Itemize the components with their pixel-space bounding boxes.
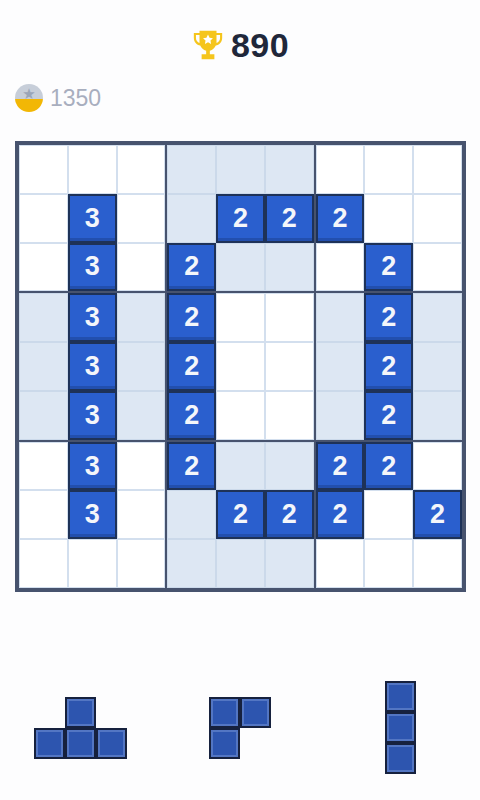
cell-r3c6[interactable]: [265, 243, 314, 292]
cell-r5c5[interactable]: [216, 342, 265, 391]
cell-r3c7[interactable]: [316, 243, 365, 292]
cell-r7c5[interactable]: [216, 442, 265, 491]
cell-r2c5[interactable]: 2: [216, 194, 265, 243]
cell-r2c6[interactable]: 2: [265, 194, 314, 243]
filled-block: 2: [167, 391, 216, 440]
cell-r4c8[interactable]: 2: [364, 293, 413, 342]
cell-r1c4[interactable]: [167, 145, 216, 194]
filled-block: 3: [68, 293, 117, 342]
filled-block: 3: [68, 194, 117, 243]
filled-block: 2: [364, 391, 413, 440]
cell-r2c1[interactable]: [19, 194, 68, 243]
cell-r8c8[interactable]: [364, 490, 413, 539]
cell-r8c6[interactable]: 2: [265, 490, 314, 539]
cell-r9c7[interactable]: [316, 539, 365, 588]
piece-block: [65, 697, 96, 728]
cell-r3c3[interactable]: [117, 243, 166, 292]
cell-r3c1[interactable]: [19, 243, 68, 292]
cell-r4c5[interactable]: [216, 293, 265, 342]
cell-r6c3[interactable]: [117, 391, 166, 440]
cell-r2c7[interactable]: 2: [316, 194, 365, 243]
filled-block: 2: [216, 194, 265, 243]
cell-r7c3[interactable]: [117, 442, 166, 491]
box-1-1: 222: [166, 292, 314, 440]
cell-r1c7[interactable]: [316, 145, 365, 194]
cell-r9c9[interactable]: [413, 539, 462, 588]
piece-block: [209, 728, 240, 759]
cell-r2c9[interactable]: [413, 194, 462, 243]
cell-r5c4[interactable]: 2: [167, 342, 216, 391]
tray-slot-2: [160, 655, 320, 800]
cell-r6c8[interactable]: 2: [364, 391, 413, 440]
cell-r4c1[interactable]: [19, 293, 68, 342]
box-2-2: 2222: [315, 441, 463, 589]
cell-r1c6[interactable]: [265, 145, 314, 194]
piece-block: [34, 728, 65, 759]
cell-r9c8[interactable]: [364, 539, 413, 588]
cell-r9c3[interactable]: [117, 539, 166, 588]
coin-medal-icon: ★: [15, 84, 43, 112]
filled-block: 3: [68, 243, 117, 292]
cell-r1c3[interactable]: [117, 145, 166, 194]
cell-r7c8[interactable]: 2: [364, 442, 413, 491]
cell-r6c7[interactable]: [316, 391, 365, 440]
cell-r7c9[interactable]: [413, 442, 462, 491]
piece-empty: [96, 697, 127, 728]
cell-r4c4[interactable]: 2: [167, 293, 216, 342]
cell-r9c2[interactable]: [68, 539, 117, 588]
filled-block: 3: [68, 342, 117, 391]
score-value: 890: [231, 26, 289, 65]
cell-r7c2[interactable]: 3: [68, 442, 117, 491]
coin-counter: ★ 1350: [15, 84, 101, 112]
cell-r4c3[interactable]: [117, 293, 166, 342]
filled-block: 2: [364, 442, 413, 491]
filled-block: 2: [364, 293, 413, 342]
piece-block: [209, 697, 240, 728]
cell-r1c2[interactable]: [68, 145, 117, 194]
cell-r4c6[interactable]: [265, 293, 314, 342]
cell-r1c9[interactable]: [413, 145, 462, 194]
cell-r3c4[interactable]: 2: [167, 243, 216, 292]
puzzle-board: 3322222333222222332222222: [15, 141, 466, 592]
filled-block: 2: [316, 194, 365, 243]
cell-r1c8[interactable]: [364, 145, 413, 194]
piece-block: [65, 728, 96, 759]
cell-r6c4[interactable]: 2: [167, 391, 216, 440]
filled-block: 2: [316, 490, 365, 539]
filled-block: 2: [316, 442, 365, 491]
piece-tray: [0, 655, 480, 800]
cell-r2c2[interactable]: 3: [68, 194, 117, 243]
box-0-1: 222: [166, 144, 314, 292]
cell-r7c4[interactable]: 2: [167, 442, 216, 491]
cell-r2c3[interactable]: [117, 194, 166, 243]
tray-slot-1: [0, 655, 160, 800]
cell-r7c7[interactable]: 2: [316, 442, 365, 491]
cell-r5c8[interactable]: 2: [364, 342, 413, 391]
filled-block: 2: [413, 490, 462, 539]
cell-r3c5[interactable]: [216, 243, 265, 292]
cell-r6c5[interactable]: [216, 391, 265, 440]
cell-r2c4[interactable]: [167, 194, 216, 243]
cell-r9c1[interactable]: [19, 539, 68, 588]
cell-r5c2[interactable]: 3: [68, 342, 117, 391]
cell-r5c1[interactable]: [19, 342, 68, 391]
filled-block: 2: [216, 490, 265, 539]
filled-block: 2: [364, 342, 413, 391]
cell-r9c5[interactable]: [216, 539, 265, 588]
cell-r3c8[interactable]: 2: [364, 243, 413, 292]
cell-r8c7[interactable]: 2: [316, 490, 365, 539]
filled-block: 2: [265, 490, 314, 539]
cell-r1c1[interactable]: [19, 145, 68, 194]
cell-r5c3[interactable]: [117, 342, 166, 391]
cell-r5c6[interactable]: [265, 342, 314, 391]
cell-r3c9[interactable]: [413, 243, 462, 292]
piece-block: [96, 728, 127, 759]
cell-r4c7[interactable]: [316, 293, 365, 342]
cell-r7c1[interactable]: [19, 442, 68, 491]
cell-r5c7[interactable]: [316, 342, 365, 391]
cell-r2c8[interactable]: [364, 194, 413, 243]
filled-block: 2: [167, 293, 216, 342]
tray-piece-1-T-tetromino-up[interactable]: [34, 697, 127, 759]
cell-r4c9[interactable]: [413, 293, 462, 342]
score-display: 890: [0, 22, 480, 68]
box-0-2: 22: [315, 144, 463, 292]
box-2-1: 222: [166, 441, 314, 589]
filled-block: 3: [68, 442, 117, 491]
trophy-icon: [191, 28, 225, 62]
cell-r8c9[interactable]: 2: [413, 490, 462, 539]
piece-block: [385, 743, 416, 774]
filled-block: 3: [68, 391, 117, 440]
cell-r7c6[interactable]: [265, 442, 314, 491]
cell-r8c2[interactable]: 3: [68, 490, 117, 539]
cell-r9c4[interactable]: [167, 539, 216, 588]
filled-block: 2: [167, 442, 216, 491]
box-1-2: 222: [315, 292, 463, 440]
coin-value: 1350: [50, 85, 101, 112]
piece-block: [240, 697, 271, 728]
tray-piece-3-I-tromino-vertical[interactable]: [385, 681, 416, 774]
filled-block: 3: [68, 490, 117, 539]
piece-empty: [34, 697, 65, 728]
cell-r8c3[interactable]: [117, 490, 166, 539]
filled-block: 2: [364, 243, 413, 292]
cell-r3c2[interactable]: 3: [68, 243, 117, 292]
filled-block: 2: [265, 194, 314, 243]
cell-r6c9[interactable]: [413, 391, 462, 440]
piece-block: [385, 712, 416, 743]
box-1-0: 333: [18, 292, 166, 440]
filled-block: 2: [167, 243, 216, 292]
box-0-0: 33: [18, 144, 166, 292]
cell-r8c1[interactable]: [19, 490, 68, 539]
cell-r1c5[interactable]: [216, 145, 265, 194]
cell-r4c2[interactable]: 3: [68, 293, 117, 342]
box-2-0: 33: [18, 441, 166, 589]
cell-r6c2[interactable]: 3: [68, 391, 117, 440]
filled-block: 2: [167, 342, 216, 391]
cell-r9c6[interactable]: [265, 539, 314, 588]
cell-r6c6[interactable]: [265, 391, 314, 440]
tray-piece-2-corner-tromino[interactable]: [209, 697, 271, 759]
cell-r8c5[interactable]: 2: [216, 490, 265, 539]
piece-block: [385, 681, 416, 712]
piece-empty: [240, 728, 271, 759]
cell-r8c4[interactable]: [167, 490, 216, 539]
cell-r6c1[interactable]: [19, 391, 68, 440]
tray-slot-3: [320, 655, 480, 800]
cell-r5c9[interactable]: [413, 342, 462, 391]
